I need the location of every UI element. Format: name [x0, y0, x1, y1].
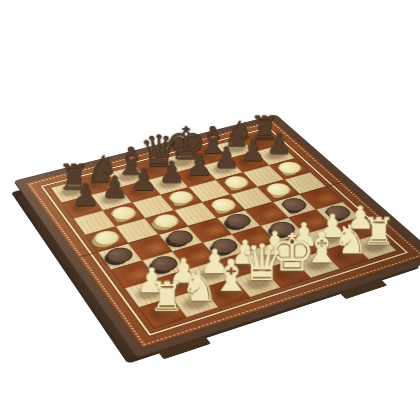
piece-shadow: [183, 169, 211, 183]
piece-shadow: [165, 275, 197, 293]
piece-shadow: [242, 274, 274, 292]
piece-shadow: [273, 265, 305, 282]
piece-shadow: [314, 230, 345, 246]
piece-shadow: [248, 135, 275, 147]
piece-shadow: [196, 265, 228, 282]
piece-shadow: [155, 177, 183, 191]
piece-shadow: [133, 284, 165, 302]
piece-shadow: [226, 256, 258, 273]
piece-shadow: [196, 149, 223, 162]
product-photo-scene: ♜♞♝♛♚♝♞♜♟♟♟♟♟♟♟♟♟♟♟♟♟♟♟♟♜♞♝♛♚♝♞♜: [0, 0, 420, 420]
checker-light-disc-d6: [166, 189, 197, 206]
checker-light-disc-b6: [108, 204, 140, 222]
piece-shadow: [262, 149, 290, 162]
piece-shadow: [212, 284, 245, 302]
perspective-container: ♜♞♝♛♚♝♞♜♟♟♟♟♟♟♟♟♟♟♟♟♟♟♟♟♜♞♝♛♚♝♞♜: [0, 0, 420, 420]
piece-shadow: [210, 162, 238, 175]
board-frame: ♜♞♝♛♚♝♞♜♟♟♟♟♟♟♟♟♟♟♟♟♟♟♟♟♜♞♝♛♚♝♞♜: [15, 115, 420, 357]
